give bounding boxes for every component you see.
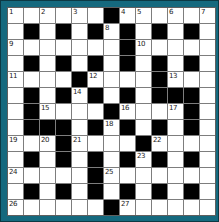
clue-number: 25 — [105, 168, 113, 176]
cell-r2c6[interactable] — [104, 40, 119, 55]
cell-r2c2[interactable] — [40, 40, 55, 55]
cell-r6c4[interactable] — [72, 104, 87, 119]
cell-r8c5[interactable] — [88, 136, 103, 151]
block-cell-r4c4 — [72, 72, 87, 87]
block-cell-r1c9 — [152, 24, 167, 39]
clue-number: 21 — [73, 136, 81, 144]
clue-number: 22 — [153, 136, 161, 144]
cell-r1c10[interactable] — [168, 24, 183, 39]
cell-r7c8[interactable] — [136, 120, 151, 135]
cell-r10c10[interactable] — [168, 168, 183, 183]
cell-r1c8[interactable] — [136, 24, 151, 39]
cell-r8c0[interactable]: 19 — [8, 136, 23, 151]
cell-r6c3[interactable] — [56, 104, 71, 119]
clue-number: 23 — [137, 152, 145, 160]
cell-r2c3[interactable] — [56, 40, 71, 55]
cell-r6c10[interactable]: 17 — [168, 104, 183, 119]
block-cell-r8c8 — [136, 136, 151, 151]
block-cell-r3c3 — [56, 56, 71, 71]
cell-r8c6[interactable] — [104, 136, 119, 151]
cell-r11c10[interactable] — [168, 184, 183, 199]
cell-r6c7[interactable]: 16 — [120, 104, 135, 119]
cell-r4c2[interactable] — [40, 72, 55, 87]
cell-r9c8[interactable]: 23 — [136, 152, 151, 167]
cell-r1c12[interactable] — [200, 24, 215, 39]
clue-number: 4 — [121, 8, 125, 16]
block-cell-r5c1 — [24, 88, 39, 103]
block-cell-r4c9 — [152, 72, 167, 87]
cell-r10c7[interactable] — [120, 168, 135, 183]
cell-r6c0[interactable] — [8, 104, 23, 119]
cell-r4c3[interactable] — [56, 72, 71, 87]
cell-r4c11[interactable] — [184, 72, 199, 87]
clue-number: 7 — [201, 8, 205, 16]
block-cell-r12c6 — [104, 200, 119, 215]
cell-r8c12[interactable] — [200, 136, 215, 151]
cell-r8c7[interactable] — [120, 136, 135, 151]
cell-r7c12[interactable] — [200, 120, 215, 135]
cell-r9c2[interactable] — [40, 152, 55, 167]
cell-r2c11[interactable] — [184, 40, 199, 55]
cell-r5c4[interactable]: 14 — [72, 88, 87, 103]
cell-r2c5[interactable] — [88, 40, 103, 55]
clue-number: 19 — [9, 136, 17, 144]
block-cell-r9c7 — [120, 152, 135, 167]
cell-r12c4[interactable] — [72, 200, 87, 215]
clue-number: 9 — [9, 40, 13, 48]
cell-r10c1[interactable] — [24, 168, 39, 183]
cell-r2c8[interactable]: 10 — [136, 40, 151, 55]
cell-r12c11[interactable] — [184, 200, 199, 215]
cell-r12c5[interactable] — [88, 200, 103, 215]
clue-number: 8 — [105, 24, 109, 32]
block-cell-r5c7 — [120, 88, 135, 103]
clue-number: 14 — [73, 88, 81, 96]
cell-r12c0[interactable]: 26 — [8, 200, 23, 215]
block-cell-r11c3 — [56, 184, 71, 199]
cell-r12c3[interactable] — [56, 200, 71, 215]
cell-r4c5[interactable]: 12 — [88, 72, 103, 87]
cell-r10c4[interactable] — [72, 168, 87, 183]
cell-r8c2[interactable]: 20 — [40, 136, 55, 151]
cell-r0c10[interactable]: 6 — [168, 8, 183, 23]
cell-r0c9[interactable] — [152, 8, 167, 23]
cell-r10c0[interactable]: 24 — [8, 168, 23, 183]
block-cell-r11c1 — [24, 184, 39, 199]
block-cell-r7c7 — [120, 120, 135, 135]
cell-r0c2[interactable]: 2 — [40, 8, 55, 23]
cell-r5c6[interactable] — [104, 88, 119, 103]
block-cell-r7c11 — [184, 120, 199, 135]
cell-r3c2[interactable] — [40, 56, 55, 71]
cell-r2c0[interactable]: 9 — [8, 40, 23, 55]
cell-r12c8[interactable] — [136, 200, 151, 215]
block-cell-r3c5 — [88, 56, 103, 71]
cell-r0c8[interactable]: 5 — [136, 8, 151, 23]
cell-r6c5[interactable] — [88, 104, 103, 119]
cell-r5c0[interactable] — [8, 88, 23, 103]
clue-number: 13 — [169, 72, 177, 80]
block-cell-r1c5 — [88, 24, 103, 39]
clue-number: 1 — [9, 8, 13, 16]
clue-number: 27 — [121, 200, 129, 208]
cell-r5c8[interactable] — [136, 88, 151, 103]
cell-r8c4[interactable]: 21 — [72, 136, 87, 151]
block-cell-r1c7 — [120, 24, 135, 39]
block-cell-r5c11 — [184, 88, 199, 103]
clue-number: 16 — [121, 104, 129, 112]
cell-r8c10[interactable] — [168, 136, 183, 151]
block-cell-r2c7 — [120, 40, 135, 55]
cell-r3c6[interactable] — [104, 56, 119, 71]
cell-r10c3[interactable] — [56, 168, 71, 183]
block-cell-r5c9 — [152, 88, 167, 103]
cell-r4c8[interactable] — [136, 72, 151, 87]
clue-number: 20 — [41, 136, 49, 144]
clue-number: 15 — [41, 104, 49, 112]
cell-r5c12[interactable] — [200, 88, 215, 103]
cell-r8c1[interactable] — [24, 136, 39, 151]
cell-r1c0[interactable] — [8, 24, 23, 39]
crossword-board: 1234567891011121314151617181920212223242… — [7, 7, 216, 216]
block-cell-r9c9 — [152, 152, 167, 167]
cell-r4c12[interactable] — [200, 72, 215, 87]
clue-number: 24 — [9, 168, 17, 176]
cell-r12c12[interactable] — [200, 200, 215, 215]
cell-r2c1[interactable] — [24, 40, 39, 55]
cell-r4c1[interactable] — [24, 72, 39, 87]
cell-r7c0[interactable] — [8, 120, 23, 135]
block-cell-r1c3 — [56, 24, 71, 39]
block-cell-r1c11 — [184, 24, 199, 39]
cell-r6c12[interactable] — [200, 104, 215, 119]
cell-r7c10[interactable] — [168, 120, 183, 135]
cell-r2c10[interactable] — [168, 40, 183, 55]
cell-r12c2[interactable] — [40, 200, 55, 215]
cell-r7c4[interactable] — [72, 120, 87, 135]
block-cell-r7c9 — [152, 120, 167, 135]
cell-r11c12[interactable] — [200, 184, 215, 199]
cell-r1c4[interactable] — [72, 24, 87, 39]
cell-r11c0[interactable] — [8, 184, 23, 199]
block-cell-r6c1 — [24, 104, 39, 119]
clue-number: 18 — [105, 120, 113, 128]
cell-r3c0[interactable] — [8, 56, 23, 71]
block-cell-r6c6 — [104, 104, 119, 119]
cell-r10c2[interactable] — [40, 168, 55, 183]
block-cell-r7c5 — [88, 120, 103, 135]
cell-r6c2[interactable]: 15 — [40, 104, 55, 119]
cell-r8c11[interactable] — [184, 136, 199, 151]
cell-r0c7[interactable]: 4 — [120, 8, 135, 23]
block-cell-r3c9 — [152, 56, 167, 71]
cell-r11c8[interactable] — [136, 184, 151, 199]
block-cell-r5c10 — [168, 88, 183, 103]
cell-r0c11[interactable] — [184, 8, 199, 23]
cell-r3c12[interactable] — [200, 56, 215, 71]
cell-r10c8[interactable] — [136, 168, 151, 183]
block-cell-r8c3 — [56, 136, 71, 151]
cell-r9c0[interactable] — [8, 152, 23, 167]
cell-r9c6[interactable] — [104, 152, 119, 167]
cell-r6c8[interactable] — [136, 104, 151, 119]
cell-r10c11[interactable] — [184, 168, 199, 183]
cell-r0c4[interactable]: 3 — [72, 8, 87, 23]
block-cell-r6c11 — [184, 104, 199, 119]
cell-r1c6[interactable]: 8 — [104, 24, 119, 39]
cell-r9c4[interactable] — [72, 152, 87, 167]
block-cell-r0c6 — [104, 8, 119, 23]
cell-r0c5[interactable] — [88, 8, 103, 23]
cell-r0c0[interactable]: 1 — [8, 8, 23, 23]
cell-r3c10[interactable] — [168, 56, 183, 71]
block-cell-r5c3 — [56, 88, 71, 103]
cell-r4c6[interactable] — [104, 72, 119, 87]
clue-number: 26 — [9, 200, 17, 208]
cell-r12c1[interactable] — [24, 200, 39, 215]
cell-r10c9[interactable] — [152, 168, 167, 183]
block-cell-r3c7 — [120, 56, 135, 71]
cell-r9c10[interactable] — [168, 152, 183, 167]
cell-r11c2[interactable] — [40, 184, 55, 199]
block-cell-r11c7 — [120, 184, 135, 199]
block-cell-r3c1 — [24, 56, 39, 71]
cell-r2c12[interactable] — [200, 40, 215, 55]
cell-r12c9[interactable] — [152, 200, 167, 215]
cell-r10c12[interactable] — [200, 168, 215, 183]
block-cell-r7c3 — [56, 120, 71, 135]
cell-r6c9[interactable] — [152, 104, 167, 119]
block-cell-r7c1 — [24, 120, 39, 135]
puzzle-frame: 1234567891011121314151617181920212223242… — [0, 0, 219, 222]
clue-number: 2 — [41, 8, 45, 16]
cell-r9c12[interactable] — [200, 152, 215, 167]
block-cell-r9c3 — [56, 152, 71, 167]
cell-r10c6[interactable]: 25 — [104, 168, 119, 183]
cell-r11c4[interactable] — [72, 184, 87, 199]
block-cell-r11c11 — [184, 184, 199, 199]
cell-r12c10[interactable] — [168, 200, 183, 215]
clue-number: 6 — [169, 8, 173, 16]
clue-number: 3 — [73, 8, 77, 16]
cell-r4c7[interactable] — [120, 72, 135, 87]
cell-r8c9[interactable]: 22 — [152, 136, 167, 151]
cell-r12c7[interactable]: 27 — [120, 200, 135, 215]
cell-r4c0[interactable]: 11 — [8, 72, 23, 87]
block-cell-r10c5 — [88, 168, 103, 183]
clue-number: 10 — [137, 40, 145, 48]
block-cell-r7c2 — [40, 120, 55, 135]
cell-r5c2[interactable] — [40, 88, 55, 103]
cell-r2c9[interactable] — [152, 40, 167, 55]
cell-r0c1[interactable] — [24, 8, 39, 23]
block-cell-r11c5 — [88, 184, 103, 199]
block-cell-r9c5 — [88, 152, 103, 167]
cell-r1c2[interactable] — [40, 24, 55, 39]
block-cell-r3c11 — [184, 56, 199, 71]
cell-r11c6[interactable] — [104, 184, 119, 199]
block-cell-r5c5 — [88, 88, 103, 103]
cell-r3c8[interactable] — [136, 56, 151, 71]
cell-r2c4[interactable] — [72, 40, 87, 55]
clue-number: 17 — [169, 104, 177, 112]
block-cell-r11c9 — [152, 184, 167, 199]
block-cell-r9c1 — [24, 152, 39, 167]
clue-number: 11 — [9, 72, 17, 80]
clue-number: 5 — [137, 8, 141, 16]
block-cell-r1c1 — [24, 24, 39, 39]
cell-r0c12[interactable]: 7 — [200, 8, 215, 23]
cell-r0c3[interactable] — [56, 8, 71, 23]
block-cell-r9c11 — [184, 152, 199, 167]
cell-r3c4[interactable] — [72, 56, 87, 71]
cell-r7c6[interactable]: 18 — [104, 120, 119, 135]
cell-r4c10[interactable]: 13 — [168, 72, 183, 87]
clue-number: 12 — [89, 72, 97, 80]
